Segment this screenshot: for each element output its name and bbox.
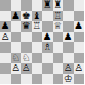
black-rook-f8: ♜ (53, 0, 62, 10)
square-a6[interactable]: ♟ (0, 21, 11, 32)
square-b5[interactable] (11, 32, 22, 43)
white-knight-b3: ♘ (11, 53, 20, 63)
square-b2[interactable]: ♙ (11, 63, 22, 74)
white-pawn-c2: ♙ (22, 63, 31, 73)
square-f2[interactable] (53, 63, 64, 74)
square-f1[interactable] (53, 74, 64, 85)
square-f4[interactable] (53, 42, 64, 53)
black-queen-c6: ♛ (22, 21, 31, 31)
square-d2[interactable] (32, 63, 43, 74)
square-f6[interactable]: ♕ (53, 21, 64, 32)
square-f5[interactable] (53, 32, 64, 43)
square-h7[interactable] (74, 11, 85, 22)
square-a2[interactable] (0, 63, 11, 74)
square-d1[interactable] (32, 74, 43, 85)
square-b1[interactable] (11, 74, 22, 85)
square-b6[interactable] (11, 21, 22, 32)
square-h1[interactable] (74, 74, 85, 85)
black-pawn-e5: ♟ (43, 32, 52, 42)
square-h4[interactable] (74, 42, 85, 53)
square-a5[interactable]: ♙ (0, 32, 11, 43)
square-f8[interactable]: ♜ (53, 0, 64, 11)
square-d7[interactable]: ♝ (32, 11, 43, 22)
square-g5[interactable]: ♟ (63, 32, 74, 43)
square-c3[interactable]: ♘ (21, 53, 32, 64)
square-d6[interactable]: ♖ (32, 21, 43, 32)
square-b3[interactable]: ♘ (11, 53, 22, 64)
square-c7[interactable]: ♚ (21, 11, 32, 22)
square-h2[interactable]: ♙ (74, 63, 85, 74)
white-bishop-e4: ♗ (43, 42, 52, 52)
square-a3[interactable] (0, 53, 11, 64)
square-g1[interactable]: ♔ (63, 74, 74, 85)
white-pawn-g2: ♙ (64, 63, 73, 73)
square-c5[interactable] (21, 32, 32, 43)
square-e3[interactable] (42, 53, 53, 64)
white-knight-c3: ♘ (22, 53, 31, 63)
square-a8[interactable] (0, 0, 11, 11)
square-e2[interactable] (42, 63, 53, 74)
white-pawn-a5: ♙ (1, 32, 10, 42)
square-f3[interactable] (53, 53, 64, 64)
square-g6[interactable] (63, 21, 74, 32)
square-c6[interactable]: ♛ (21, 21, 32, 32)
white-rook-f7: ♖ (53, 11, 62, 21)
square-e7[interactable] (42, 11, 53, 22)
chess-board: ♜♜♟♚♝♖♟♛♖♕♟♙♟♟♗♘♘♙♙♙♙♔ (0, 0, 84, 84)
white-pawn-b2: ♙ (11, 63, 20, 73)
white-pawn-h2: ♙ (74, 63, 83, 73)
square-e1[interactable] (42, 74, 53, 85)
square-c2[interactable]: ♙ (21, 63, 32, 74)
square-a1[interactable] (0, 74, 11, 85)
square-d8[interactable] (32, 0, 43, 11)
square-a4[interactable] (0, 42, 11, 53)
square-e8[interactable]: ♜ (42, 0, 53, 11)
square-g7[interactable] (63, 11, 74, 22)
black-pawn-h6: ♟ (74, 21, 83, 31)
square-d4[interactable] (32, 42, 43, 53)
square-h3[interactable] (74, 53, 85, 64)
square-b7[interactable]: ♟ (11, 11, 22, 22)
black-pawn-b7: ♟ (11, 11, 20, 21)
black-pawn-g5: ♟ (64, 32, 73, 42)
square-g2[interactable]: ♙ (63, 63, 74, 74)
square-b8[interactable] (11, 0, 22, 11)
square-c1[interactable] (21, 74, 32, 85)
square-g8[interactable] (63, 0, 74, 11)
square-d3[interactable] (32, 53, 43, 64)
square-c4[interactable] (21, 42, 32, 53)
square-g3[interactable] (63, 53, 74, 64)
square-e6[interactable] (42, 21, 53, 32)
square-e5[interactable]: ♟ (42, 32, 53, 43)
square-a7[interactable] (0, 11, 11, 22)
square-d5[interactable] (32, 32, 43, 43)
square-g4[interactable] (63, 42, 74, 53)
black-king-c7: ♚ (22, 11, 31, 21)
black-bishop-d7: ♝ (32, 11, 41, 21)
square-e4[interactable]: ♗ (42, 42, 53, 53)
square-b4[interactable] (11, 42, 22, 53)
square-h6[interactable]: ♟ (74, 21, 85, 32)
square-c8[interactable] (21, 0, 32, 11)
square-h8[interactable] (74, 0, 85, 11)
square-f7[interactable]: ♖ (53, 11, 64, 22)
black-pawn-a6: ♟ (1, 21, 10, 31)
black-rook-e8: ♜ (43, 0, 52, 10)
white-king-g1: ♔ (64, 74, 73, 84)
square-h5[interactable] (74, 32, 85, 43)
white-queen-f6: ♕ (53, 21, 62, 31)
white-rook-d6: ♖ (32, 21, 41, 31)
